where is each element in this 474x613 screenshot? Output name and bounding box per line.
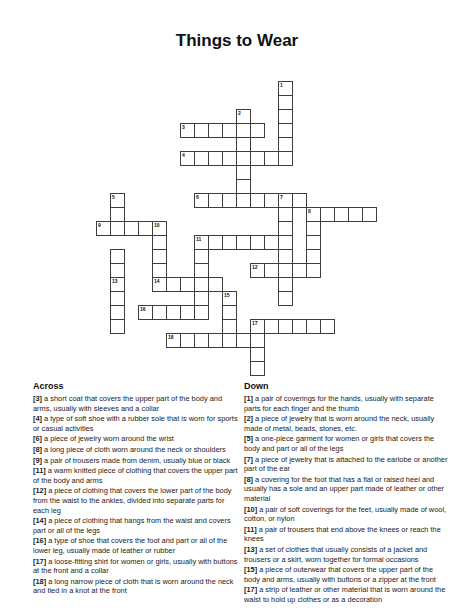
grid-cell[interactable] [278,137,293,152]
clue-item: [8] a covering for the foot that has a f… [244,475,450,504]
across-heading: Across [33,381,239,391]
grid-cell[interactable] [222,123,237,138]
grid-cell[interactable] [166,305,181,320]
clues-across-list: [3] a short coat that covers the upper p… [33,394,239,596]
cell-number: 13 [112,278,118,284]
grid-cell[interactable] [362,207,377,222]
cell-number: 18 [168,334,174,340]
grid-cell[interactable] [250,151,265,166]
grid-cell[interactable] [278,235,293,250]
grid-cell[interactable] [152,263,167,278]
grid-cell[interactable] [250,235,265,250]
grid-cell[interactable] [152,249,167,264]
grid-cell[interactable] [264,235,279,250]
clue-item: [3] a short coat that covers the upper p… [33,394,239,413]
clue-item: [6] a piece of jewelry worn around the w… [33,434,239,444]
grid-cell[interactable] [152,305,167,320]
grid-cell[interactable] [180,277,195,292]
grid-cell[interactable] [194,305,209,320]
clue-item: [13] a set of clothes that usually consi… [244,545,450,564]
grid-cell[interactable] [110,319,125,334]
clue-item: [16] a type of shoe that covers the foot… [33,536,239,555]
grid-cell[interactable] [264,263,279,278]
grid-cell[interactable] [236,333,251,348]
grid-cell[interactable] [180,305,195,320]
cell-number: 6 [196,194,199,200]
cell-number: 10 [154,222,160,228]
grid-cell[interactable] [194,249,209,264]
grid-cell[interactable] [264,193,279,208]
clue-item: [11] a pair of trousers that end above t… [244,525,450,544]
grid-cell[interactable] [278,207,293,222]
grid-cell[interactable]: 1 [278,81,293,96]
cell-number: 12 [252,264,258,270]
grid-cell[interactable] [222,333,237,348]
grid-cell[interactable]: 10 [152,221,167,236]
grid-cell[interactable] [110,221,125,236]
grid-cell[interactable]: 17 [250,319,265,334]
grid-cell[interactable]: 12 [250,263,265,278]
clue-item: [9] a pair of trousers made from denim, … [33,456,239,466]
clue-item: [8] a long piece of cloth worn around th… [33,445,239,455]
grid-cell[interactable] [250,193,265,208]
down-clues-section: Down [1] a pair of coverings for the han… [244,381,450,605]
grid-cell[interactable] [208,123,223,138]
clue-item: [14] a piece of clothing that hangs from… [33,516,239,535]
grid-cell[interactable] [110,291,125,306]
grid-cell[interactable]: 9 [96,221,111,236]
grid-cell[interactable] [278,221,293,236]
grid-cell[interactable] [306,235,321,250]
cell-number: 1 [280,82,283,88]
clue-item: [7] a piece of jewelry that is attached … [244,455,450,474]
grid-cell[interactable]: 16 [138,305,153,320]
grid-cell[interactable] [278,319,293,334]
grid-cell[interactable] [236,193,251,208]
grid-cell[interactable] [264,319,279,334]
grid-cell[interactable] [152,235,167,250]
grid-cell[interactable]: 5 [110,193,125,208]
clue-item: [15] a piece of outerwear that covers th… [244,565,450,584]
grid-cell[interactable] [236,235,251,250]
grid-cell[interactable] [180,333,195,348]
grid-cell[interactable] [110,249,125,264]
grid-cell[interactable] [278,263,293,278]
grid-cell[interactable]: 4 [180,151,195,166]
cell-number: 8 [308,208,311,214]
grid-cell[interactable] [306,221,321,236]
clue-item: [10] a pair of soft coverings for the fe… [244,505,450,524]
grid-cell[interactable] [292,193,307,208]
grid-cell[interactable] [194,151,209,166]
grid-cell[interactable]: 7 [278,193,293,208]
grid-cell[interactable] [348,207,363,222]
grid-cell[interactable] [278,95,293,110]
grid-cell[interactable] [194,123,209,138]
clue-item: [17] a strip of leather or other materia… [244,585,450,604]
cell-number: 16 [140,306,146,312]
clue-item: [12] a piece of clothing that covers the… [33,486,239,515]
page-title: Things to Wear [0,31,474,51]
grid-cell[interactable] [236,165,251,180]
grid-cell[interactable]: 18 [166,333,181,348]
grid-cell[interactable] [208,333,223,348]
grid-cell[interactable] [138,221,153,236]
grid-cell[interactable]: 2 [236,109,251,124]
grid-cell[interactable] [110,207,125,222]
clue-item: [5] a one-piece garment for women or gir… [244,434,450,453]
grid-cell[interactable] [278,151,293,166]
down-heading: Down [244,381,450,391]
grid-cell[interactable] [110,263,125,278]
cell-number: 4 [182,152,185,158]
clue-item: [17] a loose-fitting shirt for women or … [33,557,239,576]
grid-cell[interactable] [334,207,349,222]
grid-cell[interactable]: 11 [194,235,209,250]
cell-number: 17 [252,320,258,326]
grid-cell[interactable] [222,151,237,166]
grid-cell[interactable] [222,305,237,320]
grid-cell[interactable] [166,277,181,292]
cell-number: 2 [238,110,241,116]
grid-cell[interactable] [222,235,237,250]
clue-item: [18] a long narrow piece of cloth that i… [33,577,239,596]
grid-cell[interactable]: 14 [152,277,167,292]
grid-cell[interactable] [236,179,251,194]
grid-cell[interactable]: 6 [194,193,209,208]
grid-cell[interactable] [208,151,223,166]
grid-cell[interactable] [222,193,237,208]
grid-cell[interactable] [194,333,209,348]
crossword-page: Things to Wear 1234567891011121314151617… [0,0,474,613]
cell-number: 11 [196,236,201,242]
clue-item: [4] a type of soft shoe with a rubber so… [33,414,239,433]
clue-item: [11] a warm knitted piece of clothing th… [33,466,239,485]
grid-cell[interactable] [306,249,321,264]
cell-number: 5 [112,194,115,200]
grid-cell[interactable] [194,277,209,292]
grid-cell[interactable] [292,319,307,334]
grid-cell[interactable] [278,291,293,306]
cell-number: 7 [280,194,283,200]
grid-cell[interactable] [250,333,265,348]
clue-item: [2] a piece of jewelry that is worn arou… [244,414,450,433]
grid-cell[interactable] [250,347,265,362]
cell-number: 9 [98,222,101,228]
grid-cell[interactable] [278,123,293,138]
grid-cell[interactable] [306,319,321,334]
grid-cell[interactable] [208,277,223,292]
grid-cell[interactable] [222,319,237,334]
clues-down-list: [1] a pair of coverings for the hands, u… [244,394,450,604]
grid-cell[interactable]: 13 [110,277,125,292]
grid-cell[interactable] [278,109,293,124]
grid-cell[interactable] [306,263,321,278]
clue-item: [1] a pair of coverings for the hands, u… [244,394,450,413]
grid-cell[interactable] [236,123,251,138]
grid-cell[interactable] [250,123,265,138]
cell-number: 14 [154,278,160,284]
across-clues-section: Across [3] a short coat that covers the … [33,381,239,597]
grid-cell[interactable] [278,277,293,292]
grid-cell[interactable] [320,207,335,222]
grid-cell[interactable] [194,263,209,278]
grid-cell[interactable] [236,151,251,166]
grid-cell[interactable]: 8 [306,207,321,222]
grid-cell[interactable]: 15 [222,291,237,306]
grid-cell[interactable] [194,291,209,306]
grid-cell[interactable] [208,193,223,208]
grid-cell[interactable] [292,263,307,278]
grid-cell[interactable] [264,151,279,166]
grid-cell[interactable]: 3 [180,123,195,138]
grid-cell[interactable] [278,249,293,264]
grid-cell[interactable] [236,137,251,152]
grid-cell[interactable] [320,319,335,334]
grid-cell[interactable] [110,305,125,320]
cell-number: 3 [182,124,185,130]
crossword-grid: 123456789101112131415161718 [96,81,378,377]
grid-cell[interactable] [208,235,223,250]
grid-cell[interactable] [250,361,265,376]
cell-number: 15 [224,292,230,298]
grid-cell[interactable] [124,221,139,236]
